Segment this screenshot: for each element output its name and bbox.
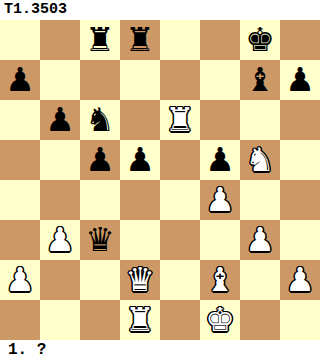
puzzle-title: T1.3503 <box>0 0 320 20</box>
square-b6[interactable]: ♟ <box>40 100 80 140</box>
black-pawn-b6: ♟ <box>45 100 75 140</box>
black-pawn-a7: ♟ <box>5 60 35 100</box>
square-e5[interactable] <box>160 140 200 180</box>
square-b5[interactable] <box>40 140 80 180</box>
square-c3[interactable]: ♛ <box>80 220 120 260</box>
square-a3[interactable] <box>0 220 40 260</box>
square-a4[interactable] <box>0 180 40 220</box>
square-f4[interactable]: ♟ <box>200 180 240 220</box>
square-d4[interactable] <box>120 180 160 220</box>
square-a7[interactable]: ♟ <box>0 60 40 100</box>
square-g2[interactable] <box>240 260 280 300</box>
square-c4[interactable] <box>80 180 120 220</box>
square-a2[interactable]: ♟ <box>0 260 40 300</box>
square-e7[interactable] <box>160 60 200 100</box>
square-f5[interactable]: ♟ <box>200 140 240 180</box>
square-c7[interactable] <box>80 60 120 100</box>
square-g3[interactable]: ♟ <box>240 220 280 260</box>
square-e8[interactable] <box>160 20 200 60</box>
square-c2[interactable] <box>80 260 120 300</box>
square-c8[interactable]: ♜ <box>80 20 120 60</box>
black-pawn-h7: ♟ <box>285 60 315 100</box>
white-pawn-a2: ♟ <box>5 260 35 300</box>
square-d2[interactable]: ♛ <box>120 260 160 300</box>
black-pawn-f5: ♟ <box>205 140 235 180</box>
square-d3[interactable] <box>120 220 160 260</box>
chess-puzzle-screen: T1.3503 ♜♜♚♟♝♟♟♞♜♟♟♟♞♟♟♛♟♟♛♝♟♜♚ 1. ? <box>0 0 320 360</box>
square-f3[interactable] <box>200 220 240 260</box>
square-h5[interactable] <box>280 140 320 180</box>
chess-board: ♜♜♚♟♝♟♟♞♜♟♟♟♞♟♟♛♟♟♛♝♟♜♚ <box>0 20 320 340</box>
square-a8[interactable] <box>0 20 40 60</box>
white-rook-d1: ♜ <box>125 300 155 340</box>
square-e6[interactable]: ♜ <box>160 100 200 140</box>
square-d5[interactable]: ♟ <box>120 140 160 180</box>
square-h2[interactable]: ♟ <box>280 260 320 300</box>
square-e3[interactable] <box>160 220 200 260</box>
square-d6[interactable] <box>120 100 160 140</box>
white-rook-e6: ♜ <box>165 100 195 140</box>
black-king-g8: ♚ <box>245 20 275 60</box>
white-bishop-f2: ♝ <box>205 260 235 300</box>
square-b1[interactable] <box>40 300 80 340</box>
square-g7[interactable]: ♝ <box>240 60 280 100</box>
square-h1[interactable] <box>280 300 320 340</box>
square-b8[interactable] <box>40 20 80 60</box>
black-bishop-g7: ♝ <box>245 60 275 100</box>
white-king-f1: ♚ <box>205 300 235 340</box>
black-rook-c8: ♜ <box>85 20 115 60</box>
white-pawn-h2: ♟ <box>285 260 315 300</box>
square-g4[interactable] <box>240 180 280 220</box>
white-pawn-f4: ♟ <box>205 180 235 220</box>
square-f7[interactable] <box>200 60 240 100</box>
square-d7[interactable] <box>120 60 160 100</box>
black-pawn-d5: ♟ <box>125 140 155 180</box>
black-rook-d8: ♜ <box>125 20 155 60</box>
black-knight-c6: ♞ <box>85 100 115 140</box>
white-knight-g5: ♞ <box>245 140 275 180</box>
square-b4[interactable] <box>40 180 80 220</box>
square-b2[interactable] <box>40 260 80 300</box>
square-h3[interactable] <box>280 220 320 260</box>
square-h8[interactable] <box>280 20 320 60</box>
square-c5[interactable]: ♟ <box>80 140 120 180</box>
square-e1[interactable] <box>160 300 200 340</box>
square-c6[interactable]: ♞ <box>80 100 120 140</box>
square-b3[interactable]: ♟ <box>40 220 80 260</box>
square-f6[interactable] <box>200 100 240 140</box>
square-f1[interactable]: ♚ <box>200 300 240 340</box>
move-prompt: 1. ? <box>0 340 320 360</box>
square-a5[interactable] <box>0 140 40 180</box>
white-pawn-g3: ♟ <box>245 220 275 260</box>
square-g5[interactable]: ♞ <box>240 140 280 180</box>
white-queen-d2: ♛ <box>125 260 155 300</box>
square-h4[interactable] <box>280 180 320 220</box>
square-e2[interactable] <box>160 260 200 300</box>
square-g1[interactable] <box>240 300 280 340</box>
square-a6[interactable] <box>0 100 40 140</box>
square-f8[interactable] <box>200 20 240 60</box>
black-queen-c3: ♛ <box>85 220 115 260</box>
square-g6[interactable] <box>240 100 280 140</box>
square-d8[interactable]: ♜ <box>120 20 160 60</box>
square-d1[interactable]: ♜ <box>120 300 160 340</box>
square-f2[interactable]: ♝ <box>200 260 240 300</box>
square-e4[interactable] <box>160 180 200 220</box>
square-a1[interactable] <box>0 300 40 340</box>
square-h6[interactable] <box>280 100 320 140</box>
square-h7[interactable]: ♟ <box>280 60 320 100</box>
square-c1[interactable] <box>80 300 120 340</box>
square-g8[interactable]: ♚ <box>240 20 280 60</box>
square-b7[interactable] <box>40 60 80 100</box>
black-pawn-c5: ♟ <box>85 140 115 180</box>
white-pawn-b3: ♟ <box>45 220 75 260</box>
